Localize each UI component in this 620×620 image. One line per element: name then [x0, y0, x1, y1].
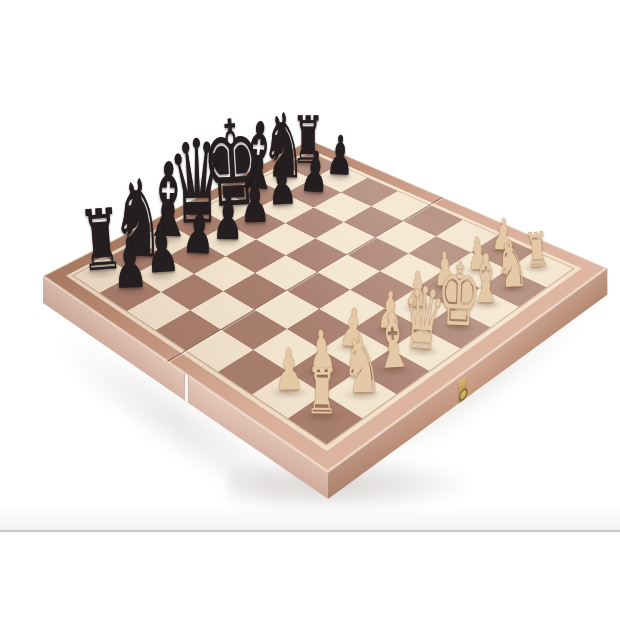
- chess-set-product-photo: ♜♞♝♛♚♝♞♜♟♟♟♟♟♟♟♟♟♟♟♟♟♟♟♟♜♞♝♛♚♝♞♜: [0, 0, 620, 620]
- backdrop-shadow-band: [0, 506, 620, 530]
- backdrop-edge-line: [0, 530, 620, 532]
- brass-clasp-icon: [459, 375, 466, 401]
- clasp-ring-icon: [459, 385, 468, 402]
- board-squares-grid: [74, 153, 573, 444]
- chess-board: [43, 140, 607, 472]
- fold-seam-gap: [184, 373, 189, 403]
